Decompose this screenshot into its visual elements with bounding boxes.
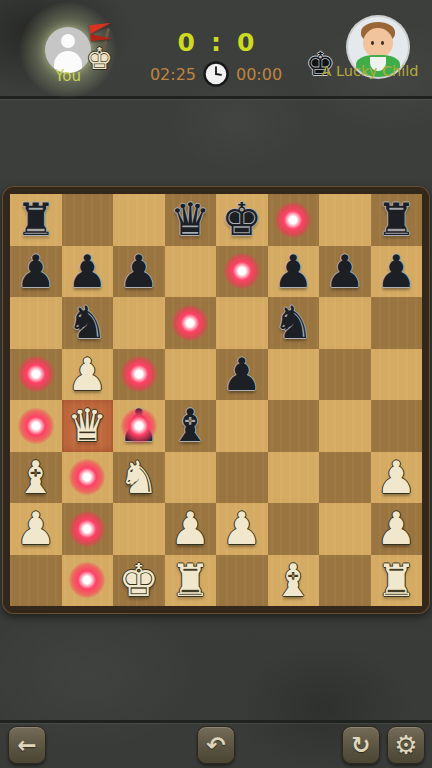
square-f8[interactable] — [268, 194, 320, 246]
square-c3[interactable]: ♞ — [113, 452, 165, 504]
board-grid: ♜♛♚♜♟♟♟♟♟♟♞♞♟♟♛♟♝♝♞♟♟♟♟♟♚♜♝♜ — [10, 194, 422, 606]
piece-black-rook: ♜ — [376, 194, 416, 246]
piece-white-rook: ♜ — [170, 555, 210, 607]
piece-black-pawn: ♟ — [119, 246, 159, 298]
move-hint-dot[interactable] — [18, 408, 54, 444]
square-a8[interactable]: ♜ — [10, 194, 62, 246]
square-d3[interactable] — [165, 452, 217, 504]
square-f3[interactable] — [268, 452, 320, 504]
move-hint-dot[interactable] — [224, 253, 260, 289]
square-g8[interactable] — [319, 194, 371, 246]
piece-white-queen: ♛ — [67, 400, 107, 452]
piece-white-pawn: ♟ — [16, 503, 56, 555]
square-b1[interactable] — [62, 555, 114, 607]
square-c5[interactable] — [113, 349, 165, 401]
square-a4[interactable] — [10, 400, 62, 452]
square-g2[interactable] — [319, 503, 371, 555]
piece-white-bishop: ♝ — [273, 555, 313, 607]
square-d2[interactable]: ♟ — [165, 503, 217, 555]
gear-icon: ⚙ — [394, 732, 417, 758]
piece-black-pawn: ♟ — [67, 246, 107, 298]
score-display: 0 : 0 — [156, 28, 276, 57]
piece-black-pawn: ♟ — [325, 246, 365, 298]
square-g1[interactable] — [319, 555, 371, 607]
piece-black-bishop: ♝ — [170, 400, 210, 452]
score-left: 0 — [178, 28, 195, 57]
rotate-board-button[interactable]: ↻ — [342, 726, 380, 764]
square-f2[interactable] — [268, 503, 320, 555]
person-icon — [61, 34, 75, 48]
square-h4[interactable] — [371, 400, 423, 452]
square-g6[interactable] — [319, 297, 371, 349]
score-separator: : — [211, 28, 221, 57]
square-a7[interactable]: ♟ — [10, 246, 62, 298]
square-d8[interactable]: ♛ — [165, 194, 217, 246]
square-g5[interactable] — [319, 349, 371, 401]
piece-black-knight: ♞ — [273, 297, 313, 349]
piece-black-pawn: ♟ — [273, 246, 313, 298]
square-c6[interactable] — [113, 297, 165, 349]
piece-white-pawn: ♟ — [67, 349, 107, 401]
piece-white-pawn: ♟ — [376, 503, 416, 555]
clock-row: 02:25 00:00 — [126, 60, 306, 88]
square-c4[interactable]: ♟ — [113, 400, 165, 452]
square-g7[interactable]: ♟ — [319, 246, 371, 298]
square-e4[interactable] — [216, 400, 268, 452]
square-a1[interactable] — [10, 555, 62, 607]
square-h1[interactable]: ♜ — [371, 555, 423, 607]
header: You ♚ 0 : 0 02:25 00:00 ♚ A Lucky Child — [0, 0, 432, 96]
piece-black-pawn: ♟ — [376, 246, 416, 298]
square-e1[interactable] — [216, 555, 268, 607]
baby-face — [363, 28, 393, 58]
score-right: 0 — [237, 28, 254, 57]
back-button[interactable]: ← — [8, 726, 46, 764]
square-f7[interactable]: ♟ — [268, 246, 320, 298]
square-b5[interactable]: ♟ — [62, 349, 114, 401]
square-d4[interactable]: ♝ — [165, 400, 217, 452]
square-e3[interactable] — [216, 452, 268, 504]
clock-black: 00:00 — [236, 65, 282, 84]
piece-black-queen: ♛ — [170, 194, 210, 246]
piece-black-rook: ♜ — [16, 194, 56, 246]
move-hint-dot[interactable] — [69, 459, 105, 495]
square-f1[interactable]: ♝ — [268, 555, 320, 607]
move-hint-dot[interactable] — [69, 511, 105, 547]
clock-white: 02:25 — [150, 65, 196, 84]
square-a6[interactable] — [10, 297, 62, 349]
square-c1[interactable]: ♚ — [113, 555, 165, 607]
toolbar-divider — [0, 720, 432, 723]
piece-black-knight: ♞ — [67, 297, 107, 349]
piece-black-king: ♚ — [222, 194, 262, 246]
square-g4[interactable] — [319, 400, 371, 452]
square-d7[interactable] — [165, 246, 217, 298]
move-hint-dot[interactable] — [121, 356, 157, 392]
square-h8[interactable]: ♜ — [371, 194, 423, 246]
square-b6[interactable]: ♞ — [62, 297, 114, 349]
piece-white-pawn: ♟ — [170, 503, 210, 555]
square-f6[interactable]: ♞ — [268, 297, 320, 349]
square-h6[interactable] — [371, 297, 423, 349]
clock-icon — [203, 61, 229, 87]
undo-button[interactable]: ↶ — [197, 726, 235, 764]
move-hint-dot[interactable] — [121, 408, 157, 444]
square-e6[interactable] — [216, 297, 268, 349]
square-c8[interactable] — [113, 194, 165, 246]
piece-white-pawn: ♟ — [376, 452, 416, 504]
square-b2[interactable] — [62, 503, 114, 555]
piece-white-king: ♚ — [119, 555, 159, 607]
square-b7[interactable]: ♟ — [62, 246, 114, 298]
square-f5[interactable] — [268, 349, 320, 401]
square-c2[interactable] — [113, 503, 165, 555]
square-e5[interactable]: ♟ — [216, 349, 268, 401]
move-hint-dot[interactable] — [18, 356, 54, 392]
move-hint-dot[interactable] — [69, 562, 105, 598]
square-b4[interactable]: ♛ — [62, 400, 114, 452]
square-h2[interactable]: ♟ — [371, 503, 423, 555]
square-a3[interactable]: ♝ — [10, 452, 62, 504]
square-h5[interactable] — [371, 349, 423, 401]
square-b8[interactable] — [62, 194, 114, 246]
square-e2[interactable]: ♟ — [216, 503, 268, 555]
back-arrow-icon: ← — [17, 734, 36, 757]
square-h3[interactable]: ♟ — [371, 452, 423, 504]
square-e7[interactable] — [216, 246, 268, 298]
piece-white-rook: ♜ — [376, 555, 416, 607]
square-g3[interactable] — [319, 452, 371, 504]
piece-black-pawn: ♟ — [16, 246, 56, 298]
square-d1[interactable]: ♜ — [165, 555, 217, 607]
square-c7[interactable]: ♟ — [113, 246, 165, 298]
square-e8[interactable]: ♚ — [216, 194, 268, 246]
square-d5[interactable] — [165, 349, 217, 401]
square-d6[interactable] — [165, 297, 217, 349]
square-a5[interactable] — [10, 349, 62, 401]
move-hint-dot[interactable] — [172, 305, 208, 341]
white-king-icon: ♚ — [86, 44, 113, 74]
square-f4[interactable] — [268, 400, 320, 452]
settings-button[interactable]: ⚙ — [387, 726, 425, 764]
square-h7[interactable]: ♟ — [371, 246, 423, 298]
piece-black-pawn: ♟ — [222, 349, 262, 401]
rotate-icon: ↻ — [351, 734, 370, 757]
square-b3[interactable] — [62, 452, 114, 504]
square-a2[interactable]: ♟ — [10, 503, 62, 555]
piece-white-pawn: ♟ — [222, 503, 262, 555]
undo-icon: ↶ — [206, 734, 225, 757]
piece-white-knight: ♞ — [119, 452, 159, 504]
move-hint-dot[interactable] — [275, 202, 311, 238]
piece-white-bishop: ♝ — [16, 452, 56, 504]
player-name-opponent: A Lucky Child — [308, 63, 432, 79]
